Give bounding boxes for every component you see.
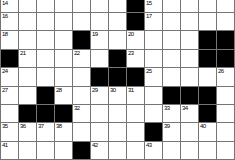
cell-r9c11[interactable] — [181, 142, 199, 160]
cell-r7c7[interactable] — [109, 105, 127, 123]
cell-r8c12[interactable]: 40 — [199, 123, 217, 141]
cell-r1c12[interactable] — [199, 0, 217, 13]
cell-r9c7[interactable] — [109, 142, 127, 160]
clue-number: 31 — [128, 87, 134, 94]
cell-r3c7[interactable] — [109, 31, 127, 49]
cell-r9c6[interactable]: 42 — [91, 142, 109, 160]
clue-number: 29 — [92, 87, 98, 94]
black-cell-r5c6 — [91, 68, 109, 86]
clue-number: 39 — [164, 123, 170, 130]
black-cell-r6c11 — [181, 87, 199, 105]
cell-r2c3[interactable] — [37, 13, 55, 31]
black-cell-r4c13 — [217, 50, 235, 68]
black-cell-r5c8 — [127, 68, 145, 86]
clue-number: 15 — [146, 0, 152, 7]
cell-r1c11[interactable] — [181, 0, 199, 13]
black-cell-r4c1 — [1, 50, 19, 68]
clue-number: 17 — [146, 13, 152, 20]
cell-r4c9[interactable] — [145, 50, 163, 68]
clue-number: 25 — [146, 68, 152, 75]
cell-r5c10[interactable] — [163, 68, 181, 86]
cell-r8c5[interactable] — [73, 123, 91, 141]
cell-r6c13[interactable] — [217, 87, 235, 105]
clue-number: 23 — [128, 50, 134, 57]
cell-r8c6[interactable] — [91, 123, 109, 141]
cell-r5c11[interactable] — [181, 68, 199, 86]
cell-r2c2[interactable] — [19, 13, 37, 31]
cell-r7c13[interactable] — [217, 105, 235, 123]
cell-r1c13[interactable] — [217, 0, 235, 13]
black-cell-r7c4 — [55, 105, 73, 123]
cell-r1c10[interactable] — [163, 0, 181, 13]
cell-r3c4[interactable] — [55, 31, 73, 49]
cell-r5c12[interactable] — [199, 68, 217, 86]
cell-r9c2[interactable] — [19, 142, 37, 160]
cell-r3c3[interactable] — [37, 31, 55, 49]
clue-number: 24 — [2, 68, 8, 75]
cell-r2c6[interactable] — [91, 13, 109, 31]
cell-r4c11[interactable] — [181, 50, 199, 68]
black-cell-r6c10 — [163, 87, 181, 105]
cell-r9c10[interactable] — [163, 142, 181, 160]
cell-r1c4[interactable] — [55, 0, 73, 13]
cell-r6c7[interactable]: 30 — [109, 87, 127, 105]
cell-r9c1[interactable]: 41 — [1, 142, 19, 160]
cell-r3c9[interactable] — [145, 31, 163, 49]
cell-r1c9[interactable]: 15 — [145, 0, 163, 13]
black-cell-r6c12 — [199, 87, 217, 105]
cell-r6c8[interactable]: 31 — [127, 87, 145, 105]
clue-number: 26 — [218, 68, 224, 75]
black-cell-r7c12 — [199, 105, 217, 123]
cell-r9c13[interactable] — [217, 142, 235, 160]
cell-r4c3[interactable] — [37, 50, 55, 68]
clue-number: 27 — [2, 87, 8, 94]
cell-r7c10[interactable]: 33 — [163, 105, 181, 123]
clue-number: 42 — [92, 142, 98, 149]
black-cell-r4c7 — [109, 50, 127, 68]
black-cell-r9c5 — [73, 142, 91, 160]
cell-r2c1[interactable]: 16 — [1, 13, 19, 31]
cell-r1c5[interactable] — [73, 0, 91, 13]
cell-r1c2[interactable] — [19, 0, 37, 13]
black-cell-r3c13 — [217, 31, 235, 49]
cell-r7c11[interactable]: 34 — [181, 105, 199, 123]
cell-r3c1[interactable]: 18 — [1, 31, 19, 49]
cell-r6c5[interactable] — [73, 87, 91, 105]
cell-r2c5[interactable] — [73, 13, 91, 31]
cell-r5c5[interactable] — [73, 68, 91, 86]
cell-r7c1[interactable] — [1, 105, 19, 123]
clue-number: 41 — [2, 142, 8, 149]
cell-r8c3[interactable]: 37 — [37, 123, 55, 141]
clue-number: 20 — [128, 31, 134, 38]
cell-r2c4[interactable] — [55, 13, 73, 31]
black-cell-r5c7 — [109, 68, 127, 86]
cell-r4c5[interactable]: 22 — [73, 50, 91, 68]
cell-r4c8[interactable]: 23 — [127, 50, 145, 68]
cell-r7c9[interactable] — [145, 105, 163, 123]
clue-number: 19 — [92, 31, 98, 38]
clue-number: 22 — [74, 50, 80, 57]
cell-r6c1[interactable]: 27 — [1, 87, 19, 105]
cell-r9c3[interactable] — [37, 142, 55, 160]
cell-r9c12[interactable] — [199, 142, 217, 160]
cell-r6c6[interactable]: 29 — [91, 87, 109, 105]
cell-r5c3[interactable] — [37, 68, 55, 86]
cell-r8c1[interactable]: 35 — [1, 123, 19, 141]
cell-r5c2[interactable] — [19, 68, 37, 86]
cell-r2c10[interactable] — [163, 13, 181, 31]
cell-r6c9[interactable] — [145, 87, 163, 105]
cell-r6c2[interactable] — [19, 87, 37, 105]
clue-number: 34 — [182, 105, 188, 112]
cell-r5c13[interactable]: 26 — [217, 68, 235, 86]
cell-r8c13[interactable] — [217, 123, 235, 141]
cell-r3c11[interactable] — [181, 31, 199, 49]
clue-number: 43 — [146, 142, 152, 149]
cell-r2c13[interactable] — [217, 13, 235, 31]
black-cell-r1c8 — [127, 0, 145, 13]
black-cell-r4c12 — [199, 50, 217, 68]
cell-r5c4[interactable] — [55, 68, 73, 86]
cell-r2c9[interactable]: 17 — [145, 13, 163, 31]
clue-number: 16 — [2, 13, 8, 20]
cell-r3c2[interactable] — [19, 31, 37, 49]
black-cell-r2c8 — [127, 13, 145, 31]
cell-r8c7[interactable] — [109, 123, 127, 141]
cell-r4c6[interactable] — [91, 50, 109, 68]
cell-r5c1[interactable]: 24 — [1, 68, 19, 86]
cell-r7c8[interactable] — [127, 105, 145, 123]
clue-number: 37 — [38, 123, 44, 130]
black-cell-r8c9 — [145, 123, 163, 141]
cell-r7c6[interactable] — [91, 105, 109, 123]
cell-r8c8[interactable] — [127, 123, 145, 141]
cell-r4c2[interactable]: 21 — [19, 50, 37, 68]
clue-number: 28 — [56, 87, 62, 94]
cell-r1c6[interactable] — [91, 0, 109, 13]
black-cell-r7c2 — [19, 105, 37, 123]
clue-number: 38 — [56, 123, 62, 130]
cell-r9c9[interactable]: 43 — [145, 142, 163, 160]
cell-r1c1[interactable]: 14 — [1, 0, 19, 13]
cell-r4c10[interactable] — [163, 50, 181, 68]
cell-r5c9[interactable]: 25 — [145, 68, 163, 86]
clue-number: 21 — [20, 50, 26, 57]
clue-number: 33 — [164, 105, 170, 112]
cell-r9c4[interactable] — [55, 142, 73, 160]
clue-number: 32 — [74, 105, 80, 112]
clue-number: 40 — [200, 123, 206, 130]
cell-r3c8[interactable]: 20 — [127, 31, 145, 49]
cell-r1c7[interactable] — [109, 0, 127, 13]
cell-r4c4[interactable] — [55, 50, 73, 68]
cell-r8c4[interactable]: 38 — [55, 123, 73, 141]
clue-number: 35 — [2, 123, 8, 130]
crossword-board: 1415161718192021222324252627282930313233… — [0, 0, 235, 160]
clue-number: 14 — [2, 0, 8, 7]
cell-r2c11[interactable] — [181, 13, 199, 31]
cell-r2c7[interactable] — [109, 13, 127, 31]
black-cell-r6c3 — [37, 87, 55, 105]
black-cell-r3c12 — [199, 31, 217, 49]
cell-r3c6[interactable]: 19 — [91, 31, 109, 49]
clue-number: 36 — [20, 123, 26, 130]
cell-r7c5[interactable]: 32 — [73, 105, 91, 123]
clue-number: 30 — [110, 87, 116, 94]
cell-r8c2[interactable]: 36 — [19, 123, 37, 141]
cell-r1c3[interactable] — [37, 0, 55, 13]
cell-r8c11[interactable] — [181, 123, 199, 141]
cell-r6c4[interactable]: 28 — [55, 87, 73, 105]
black-cell-r3c5 — [73, 31, 91, 49]
cell-r8c10[interactable]: 39 — [163, 123, 181, 141]
clue-number: 18 — [2, 31, 8, 38]
cell-r9c8[interactable] — [127, 142, 145, 160]
black-cell-r7c3 — [37, 105, 55, 123]
cell-r2c12[interactable] — [199, 13, 217, 31]
cell-r3c10[interactable] — [163, 31, 181, 49]
